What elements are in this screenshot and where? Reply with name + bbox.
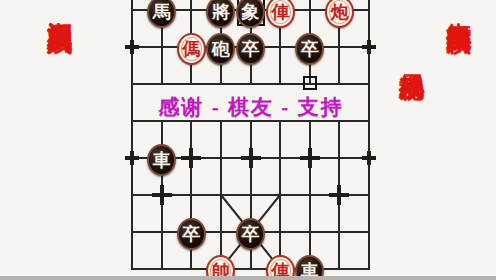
point-marker-cross [130,151,134,165]
piece-glyph: 象 [242,0,260,24]
point-marker-cross [189,148,193,168]
xiangqi-board[interactable]: 馬將象俥炮傌砲卒卒車卒卒帥俥車 [0,0,496,280]
piece-glyph: 砲 [212,37,230,61]
piece-black-soldier[interactable]: 卒 [236,218,265,250]
point-marker-cross [130,40,134,54]
point-marker-cross [308,148,312,168]
point-marker-cross [249,148,253,168]
video-frame: 江湖残局实用残局 街头棋局马路棋局 残局揭秘 馬將象俥炮傌砲卒卒車卒卒帥俥車 感… [0,0,496,280]
piece-glyph: 將 [212,0,230,24]
piece-black-chariot[interactable]: 車 [147,144,176,176]
piece-glyph: 炮 [330,0,348,24]
piece-glyph: 卒 [242,37,260,61]
piece-black-general[interactable]: 將 [206,0,235,28]
piece-glyph: 傌 [182,37,200,61]
last-move-origin-marker [303,76,317,90]
piece-glyph: 卒 [301,37,319,61]
piece-red-cannon[interactable]: 炮 [325,0,354,28]
piece-glyph: 馬 [153,0,171,24]
piece-red-horse[interactable]: 傌 [177,33,206,65]
piece-black-soldier[interactable]: 卒 [177,218,206,250]
piece-black-soldier[interactable]: 卒 [295,33,324,65]
river-banner: 感谢 - 棋友 - 支持 [132,93,370,121]
piece-glyph: 卒 [182,222,200,246]
bottom-edge [0,276,496,280]
piece-glyph: 俥 [271,0,289,24]
piece-black-cannon[interactable]: 砲 [206,33,235,65]
piece-glyph: 卒 [242,222,260,246]
piece-red-chariot[interactable]: 俥 [266,0,295,28]
piece-black-horse[interactable]: 馬 [147,0,176,28]
point-marker-cross [337,185,341,205]
point-marker-cross [367,151,371,165]
point-marker-cross [367,40,371,54]
piece-glyph: 車 [153,148,171,172]
point-marker-cross [160,185,164,205]
piece-black-soldier[interactable]: 卒 [236,33,265,65]
board-grid-line-v [309,120,311,270]
